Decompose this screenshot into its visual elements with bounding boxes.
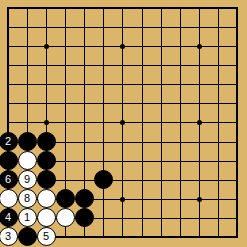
stone-label: 6: [5, 174, 11, 185]
stone-label: 9: [24, 174, 30, 185]
stone-black: [37, 132, 56, 151]
stone-white: [18, 151, 37, 170]
stone-white: [37, 189, 56, 208]
stone-black: [18, 132, 37, 151]
go-board: 26984135: [0, 0, 247, 247]
stone-black-move-6: 6: [0, 170, 18, 189]
stone-black: [0, 151, 18, 170]
grid-line-vertical: [180, 8, 181, 237]
star-point: [197, 197, 202, 202]
stone-label: 8: [24, 193, 30, 204]
stone-black: [94, 170, 113, 189]
stone-white-move-9: 9: [18, 170, 37, 189]
stone-black: [18, 227, 37, 246]
stone-black-move-2: 2: [0, 132, 18, 151]
stone-white: [37, 208, 56, 227]
stone-black: [37, 151, 56, 170]
stone-white-move-5: 5: [37, 227, 56, 246]
stone-label: 2: [5, 136, 11, 147]
stone-black: [37, 170, 56, 189]
grid-line-vertical: [218, 8, 219, 237]
grid-line-vertical: [161, 8, 162, 237]
stone-label: 1: [24, 212, 30, 223]
stone-label: 4: [5, 212, 11, 223]
stone-label: 5: [43, 231, 49, 242]
stone-label: 3: [5, 231, 11, 242]
stone-white-move-1: 1: [18, 208, 37, 227]
stone-white-move-3: 3: [0, 227, 18, 246]
stone-black: [56, 189, 75, 208]
stone-white: [0, 189, 18, 208]
grid-line-vertical: [142, 8, 143, 237]
star-point: [197, 44, 202, 49]
stone-white-move-8: 8: [18, 189, 37, 208]
